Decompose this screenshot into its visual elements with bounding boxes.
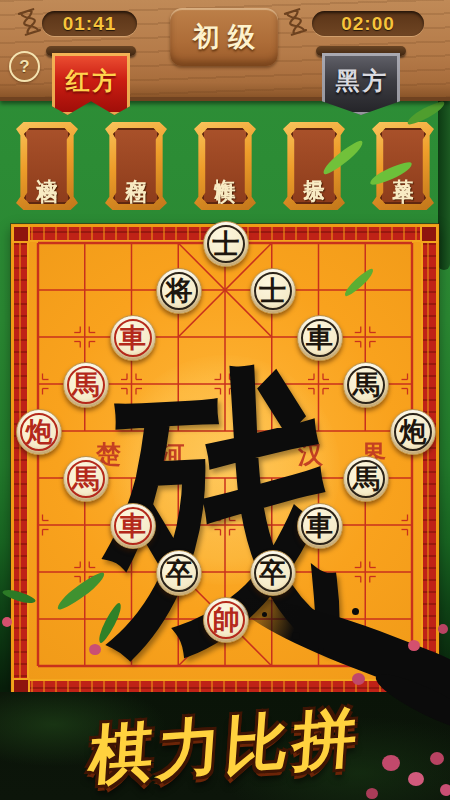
blossom-petal bbox=[438, 624, 448, 634]
app-root: 01:41 初级 02:00 ? 红方 黑方 读档 存档 悔棋 提示 菜单 楚 … bbox=[0, 0, 450, 800]
blossom-petal bbox=[2, 617, 12, 627]
blossom-petal bbox=[352, 673, 365, 685]
plaque-panel: 悔棋 bbox=[202, 128, 248, 204]
hourglass-icon bbox=[281, 5, 310, 38]
piece-glyph: 車 bbox=[119, 325, 146, 352]
piece-black-f6r6[interactable]: 車 bbox=[297, 503, 343, 549]
blossom-petal bbox=[89, 644, 101, 655]
pieces-layer: 士将士車車馬馬炮炮馬馬車車卒卒帥 bbox=[14, 227, 436, 694]
piece-glyph: 帥 bbox=[213, 607, 240, 634]
piece-glyph: 馬 bbox=[72, 466, 99, 493]
piece-glyph: 卒 bbox=[166, 560, 193, 587]
piece-black-f3r1[interactable]: 将 bbox=[156, 268, 202, 314]
piece-black-f5r1[interactable]: 士 bbox=[250, 268, 296, 314]
piece-glyph: 士 bbox=[259, 278, 286, 305]
help-button[interactable]: ? bbox=[9, 51, 40, 82]
level-button[interactable]: 初级 bbox=[170, 8, 278, 66]
xiangqi-board[interactable]: 楚 河 汉 界 残 士将士車車馬馬炮炮馬馬車車卒卒帥 bbox=[11, 224, 439, 697]
load-label: 读档 bbox=[33, 162, 61, 170]
black-side-label: 黑方 bbox=[333, 65, 390, 115]
piece-red-f2r2[interactable]: 車 bbox=[110, 315, 156, 361]
blossom-petal bbox=[440, 784, 450, 796]
blossom-petal bbox=[430, 752, 444, 765]
piece-black-f3r7[interactable]: 卒 bbox=[156, 550, 202, 596]
piece-glyph: 車 bbox=[306, 325, 333, 352]
red-flag: 红方 bbox=[52, 53, 130, 115]
hourglass-icon bbox=[15, 5, 44, 38]
undo-label: 悔棋 bbox=[211, 162, 239, 170]
question-icon: ? bbox=[19, 57, 29, 77]
piece-glyph: 炮 bbox=[400, 419, 427, 446]
plaque-panel: 读档 bbox=[24, 128, 70, 204]
piece-black-f7r3[interactable]: 馬 bbox=[343, 362, 389, 408]
piece-glyph: 卒 bbox=[259, 560, 286, 587]
red-side-banner: 红方 bbox=[46, 46, 136, 126]
ink-splatter bbox=[352, 608, 359, 615]
plaque-panel: 存档 bbox=[113, 128, 159, 204]
undo-button[interactable]: 悔棋 bbox=[194, 122, 256, 210]
toolbar: 读档 存档 悔棋 提示 菜单 bbox=[0, 122, 450, 210]
piece-black-f4r0[interactable]: 士 bbox=[203, 221, 249, 267]
piece-glyph: 馬 bbox=[72, 372, 99, 399]
red-timer: 01:41 bbox=[42, 11, 137, 36]
piece-red-f1r3[interactable]: 馬 bbox=[63, 362, 109, 408]
blossom-petal bbox=[382, 755, 400, 771]
red-timer-value: 01:41 bbox=[63, 13, 117, 35]
piece-glyph: 馬 bbox=[353, 466, 380, 493]
ink-splatter bbox=[292, 632, 300, 640]
piece-glyph: 車 bbox=[119, 513, 146, 540]
blossom-petal bbox=[408, 640, 420, 651]
black-flag: 黑方 bbox=[322, 53, 400, 115]
black-timer-value: 02:00 bbox=[341, 13, 395, 35]
ink-splatter bbox=[318, 648, 324, 654]
red-side-label: 红方 bbox=[63, 65, 120, 115]
piece-red-f1r5[interactable]: 馬 bbox=[63, 456, 109, 502]
piece-black-f7r5[interactable]: 馬 bbox=[343, 456, 389, 502]
blossom-petal bbox=[408, 772, 424, 786]
load-button[interactable]: 读档 bbox=[16, 122, 78, 210]
black-timer: 02:00 bbox=[312, 11, 424, 36]
black-side-banner: 黑方 bbox=[316, 46, 406, 126]
piece-glyph: 炮 bbox=[26, 419, 53, 446]
piece-glyph: 将 bbox=[166, 278, 193, 305]
promo-banner: 棋力比拼 bbox=[0, 692, 450, 800]
ink-splatter bbox=[262, 612, 267, 617]
promo-title: 棋力比拼 bbox=[86, 693, 363, 800]
piece-glyph: 車 bbox=[306, 513, 333, 540]
piece-black-f5r7[interactable]: 卒 bbox=[250, 550, 296, 596]
piece-black-f6r2[interactable]: 車 bbox=[297, 315, 343, 361]
piece-black-f8r4[interactable]: 炮 bbox=[390, 409, 436, 455]
piece-glyph: 士 bbox=[213, 231, 240, 258]
blossom-petal bbox=[366, 788, 378, 799]
save-label: 存档 bbox=[122, 162, 150, 170]
level-label: 初级 bbox=[185, 19, 263, 55]
piece-red-f2r6[interactable]: 車 bbox=[110, 503, 156, 549]
piece-glyph: 馬 bbox=[353, 372, 380, 399]
save-button[interactable]: 存档 bbox=[105, 122, 167, 210]
piece-red-f0r4[interactable]: 炮 bbox=[16, 409, 62, 455]
